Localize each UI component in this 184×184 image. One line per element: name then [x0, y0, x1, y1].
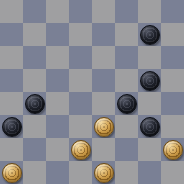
square-g8 [138, 0, 161, 23]
square-a4 [0, 92, 23, 115]
square-b2[interactable] [23, 138, 46, 161]
white-man-h2[interactable] [163, 140, 183, 160]
square-h3 [161, 115, 184, 138]
square-g5[interactable] [138, 69, 161, 92]
white-man-e3[interactable] [94, 117, 114, 137]
black-man-g5[interactable] [140, 71, 160, 91]
square-e7[interactable] [92, 23, 115, 46]
square-e1[interactable] [92, 161, 115, 184]
square-a6 [0, 46, 23, 69]
square-g1[interactable] [138, 161, 161, 184]
square-f7 [115, 23, 138, 46]
black-man-b4[interactable] [25, 94, 45, 114]
square-f4[interactable] [115, 92, 138, 115]
square-g3[interactable] [138, 115, 161, 138]
square-f6[interactable] [115, 46, 138, 69]
square-g6 [138, 46, 161, 69]
square-e2 [92, 138, 115, 161]
square-e3[interactable] [92, 115, 115, 138]
square-e5[interactable] [92, 69, 115, 92]
square-b6[interactable] [23, 46, 46, 69]
square-d3 [69, 115, 92, 138]
square-h1 [161, 161, 184, 184]
square-a8 [0, 0, 23, 23]
square-h2[interactable] [161, 138, 184, 161]
square-e4 [92, 92, 115, 115]
square-c2 [46, 138, 69, 161]
black-man-g7[interactable] [140, 25, 160, 45]
white-man-e1[interactable] [94, 163, 114, 183]
square-b3 [23, 115, 46, 138]
square-e6 [92, 46, 115, 69]
square-c7[interactable] [46, 23, 69, 46]
square-a1[interactable] [0, 161, 23, 184]
square-d1 [69, 161, 92, 184]
square-b4[interactable] [23, 92, 46, 115]
black-man-f4[interactable] [117, 94, 137, 114]
checkers-board [0, 0, 184, 184]
white-man-a1[interactable] [2, 163, 22, 183]
square-h8[interactable] [161, 0, 184, 23]
square-b1 [23, 161, 46, 184]
square-h6[interactable] [161, 46, 184, 69]
white-man-d2[interactable] [71, 140, 91, 160]
square-g2 [138, 138, 161, 161]
square-a7[interactable] [0, 23, 23, 46]
square-c5[interactable] [46, 69, 69, 92]
square-b8[interactable] [23, 0, 46, 23]
square-d7 [69, 23, 92, 46]
square-g4 [138, 92, 161, 115]
square-c3[interactable] [46, 115, 69, 138]
square-f1 [115, 161, 138, 184]
square-c1[interactable] [46, 161, 69, 184]
black-man-g3[interactable] [140, 117, 160, 137]
square-a5[interactable] [0, 69, 23, 92]
square-h5 [161, 69, 184, 92]
square-b7 [23, 23, 46, 46]
square-b5 [23, 69, 46, 92]
square-d4[interactable] [69, 92, 92, 115]
square-f8[interactable] [115, 0, 138, 23]
square-a2 [0, 138, 23, 161]
square-d6[interactable] [69, 46, 92, 69]
square-d8[interactable] [69, 0, 92, 23]
square-d5 [69, 69, 92, 92]
square-f5 [115, 69, 138, 92]
square-g7[interactable] [138, 23, 161, 46]
square-f2[interactable] [115, 138, 138, 161]
black-man-a3[interactable] [2, 117, 22, 137]
square-h4[interactable] [161, 92, 184, 115]
square-e8 [92, 0, 115, 23]
square-h7 [161, 23, 184, 46]
square-a3[interactable] [0, 115, 23, 138]
square-d2[interactable] [69, 138, 92, 161]
square-f3 [115, 115, 138, 138]
square-c4 [46, 92, 69, 115]
square-c8 [46, 0, 69, 23]
square-c6 [46, 46, 69, 69]
